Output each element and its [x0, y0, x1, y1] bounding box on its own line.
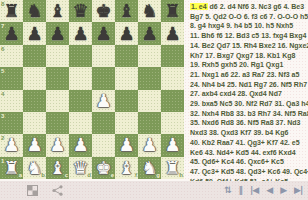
- square-g2[interactable]: ♟: [138, 134, 161, 156]
- white-pawn: ♟: [46, 134, 69, 156]
- move-line[interactable]: 27. axb4 cxd4 28. Qxd4 Nd7: [190, 89, 308, 99]
- white-pawn: ♟: [23, 134, 46, 156]
- square-h8[interactable]: ♜: [161, 0, 184, 22]
- square-f2[interactable]: ♟: [115, 134, 138, 156]
- pause-button[interactable]: ‖: [239, 182, 243, 199]
- move-line[interactable]: Ke6 43. Nd4+ Kd5 44. exf6 Kxd4: [190, 148, 308, 158]
- square-e6[interactable]: [92, 45, 115, 67]
- square-b1[interactable]: b♞: [23, 157, 46, 179]
- square-c3[interactable]: [46, 112, 69, 134]
- white-knight: ♞: [23, 157, 46, 179]
- square-a2[interactable]: 2♟: [0, 134, 23, 156]
- move-line[interactable]: 1. e4 d6 2. d4 Nf6 3. Nc3 g6 4. Be3: [190, 2, 308, 12]
- square-g7[interactable]: ♟: [138, 22, 161, 44]
- white-bishop: ♝: [46, 157, 69, 179]
- move-line[interactable]: 35. Nxd6 Rd8 36. Nf5 Ra8 37. Nd3: [190, 118, 308, 128]
- white-pawn: ♟: [138, 134, 161, 156]
- current-move-highlight[interactable]: 1. e4: [190, 3, 208, 10]
- move-line[interactable]: Nxd3 38. Qxd3 Kf7 39. b4 Kg6: [190, 128, 308, 138]
- black-pawn: ♟: [138, 22, 161, 44]
- black-knight: ♞: [23, 0, 46, 22]
- chess-board[interactable]: 8♜♞♝♛♚♝♞♜7♟♟♟♟♟♟♟♟654♟32♟♟♟♟♟♟♟1a♜b♞c♝d♛…: [0, 0, 184, 179]
- square-b6[interactable]: [23, 45, 46, 67]
- square-g8[interactable]: ♞: [138, 0, 161, 22]
- move-line[interactable]: 8. g4 hxg4 9. h4 b5 10. h5 Nxh5: [190, 21, 308, 31]
- square-f4[interactable]: [115, 90, 138, 112]
- rank-label: 5: [1, 68, 4, 74]
- square-d6[interactable]: [69, 45, 92, 67]
- move-line[interactable]: 19. Rxh5 gxh5 20. Rg1 Qxg1: [190, 60, 308, 70]
- square-c4[interactable]: [46, 90, 69, 112]
- square-a4[interactable]: 4: [0, 90, 23, 112]
- move-line[interactable]: 45. Qd6+ Kc4 46. Qxc6+ Kc5: [190, 157, 308, 167]
- rank-label: 4: [1, 91, 4, 97]
- move-line[interactable]: 29. bxa5 Nc5 30. Nf2 Rd7 31. Qa3 h4: [190, 99, 308, 109]
- move-line[interactable]: 21. Nxg1 a6 22. a3 Ra7 23. Nf3 a5: [190, 70, 308, 80]
- black-rook: ♜: [161, 0, 184, 22]
- square-d5[interactable]: [69, 67, 92, 89]
- square-h2[interactable]: ♟: [161, 134, 184, 156]
- white-pawn: ♟: [69, 134, 92, 156]
- square-f1[interactable]: f♝: [115, 157, 138, 179]
- square-d7[interactable]: ♟: [69, 22, 92, 44]
- next-move-button[interactable]: ▶: [280, 182, 286, 199]
- square-f6[interactable]: [115, 45, 138, 67]
- square-e4[interactable]: ♟: [92, 90, 115, 112]
- square-c8[interactable]: ♝: [46, 0, 69, 22]
- black-rook: ♜: [0, 0, 23, 22]
- square-e7[interactable]: ♟: [92, 22, 115, 44]
- square-d1[interactable]: d♛: [69, 157, 92, 179]
- board-editor-icon[interactable]: [26, 184, 39, 197]
- square-a5[interactable]: 5: [0, 67, 23, 89]
- square-a3[interactable]: 3: [0, 112, 23, 134]
- move-line[interactable]: 47. Qc3+ Kd5 48. Qd3+ Kc6 49. Qc4+: [190, 167, 308, 177]
- chess-viewer: 8♜♞♝♛♚♝♞♜7♟♟♟♟♟♟♟♟654♟32♟♟♟♟♟♟♟1a♜b♞c♝d♛…: [0, 0, 308, 200]
- square-e5[interactable]: [92, 67, 115, 89]
- square-f5[interactable]: [115, 67, 138, 89]
- square-d2[interactable]: ♟: [69, 134, 92, 156]
- square-h3[interactable]: [161, 112, 184, 134]
- square-f8[interactable]: ♝: [115, 0, 138, 22]
- square-e1[interactable]: e♚: [92, 157, 115, 179]
- black-knight: ♞: [138, 0, 161, 22]
- square-c2[interactable]: ♟: [46, 134, 69, 156]
- square-e2[interactable]: [92, 134, 115, 156]
- black-bishop: ♝: [46, 0, 69, 22]
- rank-label: 3: [1, 113, 4, 119]
- square-d4[interactable]: [69, 90, 92, 112]
- black-king: ♚: [92, 0, 115, 22]
- white-knight: ♞: [138, 157, 161, 179]
- last-move-button[interactable]: ▶|: [294, 182, 302, 199]
- move-line[interactable]: 32. Nxh4 Rb8 33. b3 Rh7 34. Nf5 Ra8: [190, 109, 308, 119]
- square-g1[interactable]: g♞: [138, 157, 161, 179]
- white-king: ♚: [92, 157, 115, 179]
- square-c6[interactable]: [46, 45, 69, 67]
- square-b8[interactable]: ♞: [23, 0, 46, 22]
- square-c5[interactable]: [46, 67, 69, 89]
- square-g4[interactable]: [138, 90, 161, 112]
- square-d8[interactable]: ♛: [69, 0, 92, 22]
- square-a7[interactable]: 7♟: [0, 22, 23, 44]
- square-e3[interactable]: [92, 112, 115, 134]
- black-pawn: ♟: [115, 22, 138, 44]
- white-rook: ♜: [0, 157, 23, 179]
- move-line[interactable]: Bg7 5. Qd2 O-O 6. f3 c6 7. O-O-O h5: [190, 12, 308, 22]
- square-c7[interactable]: ♟: [46, 22, 69, 44]
- rank-label: 6: [1, 46, 4, 52]
- square-b2[interactable]: ♟: [23, 134, 46, 156]
- white-queen: ♛: [69, 157, 92, 179]
- black-queen: ♛: [69, 0, 92, 22]
- square-b4[interactable]: [23, 90, 46, 112]
- square-b3[interactable]: [23, 112, 46, 134]
- black-pawn: ♟: [92, 22, 115, 44]
- square-d3[interactable]: [69, 112, 92, 134]
- playback-controls: ⇅‖|◀◀▶▶|: [224, 182, 308, 199]
- white-rook: ♜: [161, 157, 184, 179]
- toolbar-left-icons: [26, 184, 64, 197]
- square-a6[interactable]: 6: [0, 45, 23, 67]
- square-e8[interactable]: ♚: [92, 0, 115, 22]
- square-f3[interactable]: [115, 112, 138, 134]
- black-pawn: ♟: [46, 22, 69, 44]
- square-b5[interactable]: [23, 67, 46, 89]
- square-g6[interactable]: [138, 45, 161, 67]
- white-bishop: ♝: [115, 157, 138, 179]
- black-bishop: ♝: [115, 0, 138, 22]
- move-list: 1. e4 d6 2. d4 Nf6 3. Nc3 g6 4. Be3Bg7 5…: [184, 0, 308, 181]
- square-h1[interactable]: h♜: [161, 157, 184, 179]
- white-pawn: ♟: [92, 90, 115, 112]
- square-h5[interactable]: [161, 67, 184, 89]
- first-move-button[interactable]: |◀: [250, 182, 258, 199]
- white-pawn: ♟: [115, 134, 138, 156]
- black-pawn: ♟: [0, 22, 23, 44]
- previous-move-button[interactable]: ◀: [266, 182, 272, 199]
- square-h6[interactable]: [161, 45, 184, 67]
- move-line[interactable]: 24. Nh4 b4 25. Nd1 Rg7 26. Nf5 Rh7: [190, 80, 308, 90]
- white-pawn: ♟: [161, 134, 184, 156]
- bottom-toolbar: ⇅‖|◀◀▶▶|: [0, 181, 308, 200]
- square-a8[interactable]: 8♜: [0, 0, 23, 22]
- move-line[interactable]: 14. Be2 Qd7 15. Rh4 Bxe2 16. Ngxe2: [190, 41, 308, 51]
- white-pawn: ♟: [0, 134, 23, 156]
- square-h7[interactable]: ♟: [161, 22, 184, 44]
- move-line[interactable]: 40. Kb2 Raa7 41. Qg3+ Kf7 42. e5: [190, 138, 308, 148]
- square-b7[interactable]: ♟: [23, 22, 46, 44]
- square-g5[interactable]: [138, 67, 161, 89]
- black-pawn: ♟: [69, 22, 92, 44]
- black-pawn: ♟: [23, 22, 46, 44]
- square-g3[interactable]: [138, 112, 161, 134]
- move-line[interactable]: Kh7 17. Bxg7 Qxg7 18. Kb1 Kg8: [190, 51, 308, 61]
- flip-board-button[interactable]: ⇅: [224, 182, 231, 199]
- share-icon[interactable]: [51, 184, 64, 197]
- square-h4[interactable]: [161, 90, 184, 112]
- move-line[interactable]: 11. Bh6 f6 12. Bd3 c5 13. fxg4 Bxg4: [190, 31, 308, 41]
- square-a1[interactable]: 1a♜: [0, 157, 23, 179]
- black-pawn: ♟: [161, 22, 184, 44]
- square-f7[interactable]: ♟: [115, 22, 138, 44]
- square-c1[interactable]: c♝: [46, 157, 69, 179]
